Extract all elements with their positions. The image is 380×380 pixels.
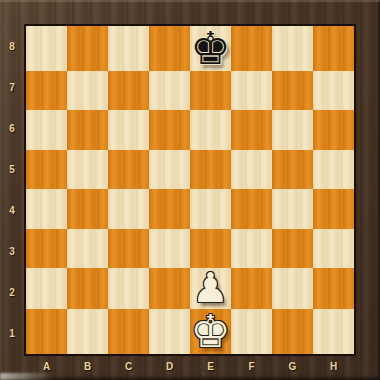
square-e1[interactable]: ♚ bbox=[190, 309, 231, 354]
square-d1[interactable] bbox=[149, 309, 190, 354]
square-d3[interactable] bbox=[149, 229, 190, 268]
square-h2[interactable] bbox=[313, 268, 354, 309]
square-a1[interactable] bbox=[26, 309, 67, 354]
square-c8[interactable] bbox=[108, 26, 149, 71]
square-d5[interactable] bbox=[149, 150, 190, 189]
rank-labels: 87654321 bbox=[0, 26, 24, 354]
square-d8[interactable] bbox=[149, 26, 190, 71]
square-e5[interactable] bbox=[190, 150, 231, 189]
square-e8[interactable]: ♚ bbox=[190, 26, 231, 71]
square-d7[interactable] bbox=[149, 71, 190, 110]
square-f6[interactable] bbox=[231, 110, 272, 149]
square-f1[interactable] bbox=[231, 309, 272, 354]
square-b2[interactable] bbox=[67, 268, 108, 309]
square-e4[interactable] bbox=[190, 189, 231, 228]
square-e7[interactable] bbox=[190, 71, 231, 110]
square-g3[interactable] bbox=[272, 229, 313, 268]
square-b6[interactable] bbox=[67, 110, 108, 149]
rank-label-3: 3 bbox=[0, 231, 24, 272]
square-a5[interactable] bbox=[26, 150, 67, 189]
square-h3[interactable] bbox=[313, 229, 354, 268]
square-e6[interactable] bbox=[190, 110, 231, 149]
square-h5[interactable] bbox=[313, 150, 354, 189]
square-f4[interactable] bbox=[231, 189, 272, 228]
piece-black-king[interactable]: ♚ bbox=[190, 26, 231, 71]
square-a4[interactable] bbox=[26, 189, 67, 228]
rank-label-4: 4 bbox=[0, 190, 24, 231]
square-c1[interactable] bbox=[108, 309, 149, 354]
frame-bottom-sheen bbox=[0, 373, 54, 380]
square-c4[interactable] bbox=[108, 189, 149, 228]
file-label-f: F bbox=[231, 358, 272, 374]
rank-label-2: 2 bbox=[0, 272, 24, 313]
rank-label-8: 8 bbox=[0, 26, 24, 67]
square-a8[interactable] bbox=[26, 26, 67, 71]
piece-white-king[interactable]: ♚ bbox=[190, 309, 231, 354]
file-label-a: A bbox=[26, 358, 67, 374]
square-b1[interactable] bbox=[67, 309, 108, 354]
square-c3[interactable] bbox=[108, 229, 149, 268]
board: ♚♟♚ bbox=[24, 24, 356, 356]
square-h7[interactable] bbox=[313, 71, 354, 110]
square-h8[interactable] bbox=[313, 26, 354, 71]
square-a3[interactable] bbox=[26, 229, 67, 268]
rank-label-7: 7 bbox=[0, 67, 24, 108]
square-a2[interactable] bbox=[26, 268, 67, 309]
square-d4[interactable] bbox=[149, 189, 190, 228]
square-c5[interactable] bbox=[108, 150, 149, 189]
file-label-c: C bbox=[108, 358, 149, 374]
file-label-d: D bbox=[149, 358, 190, 374]
square-f7[interactable] bbox=[231, 71, 272, 110]
square-b4[interactable] bbox=[67, 189, 108, 228]
square-e2[interactable]: ♟ bbox=[190, 268, 231, 309]
file-label-h: H bbox=[313, 358, 354, 374]
square-h1[interactable] bbox=[313, 309, 354, 354]
rank-label-6: 6 bbox=[0, 108, 24, 149]
file-label-e: E bbox=[190, 358, 231, 374]
rank-label-5: 5 bbox=[0, 149, 24, 190]
square-b3[interactable] bbox=[67, 229, 108, 268]
square-f8[interactable] bbox=[231, 26, 272, 71]
square-f5[interactable] bbox=[231, 150, 272, 189]
square-d6[interactable] bbox=[149, 110, 190, 149]
file-labels: ABCDEFGH bbox=[26, 358, 354, 374]
square-c7[interactable] bbox=[108, 71, 149, 110]
square-g8[interactable] bbox=[272, 26, 313, 71]
square-g2[interactable] bbox=[272, 268, 313, 309]
square-g5[interactable] bbox=[272, 150, 313, 189]
square-b7[interactable] bbox=[67, 71, 108, 110]
file-label-b: B bbox=[67, 358, 108, 374]
square-f2[interactable] bbox=[231, 268, 272, 309]
square-g1[interactable] bbox=[272, 309, 313, 354]
square-c2[interactable] bbox=[108, 268, 149, 309]
square-e3[interactable] bbox=[190, 229, 231, 268]
square-c6[interactable] bbox=[108, 110, 149, 149]
square-g6[interactable] bbox=[272, 110, 313, 149]
square-b5[interactable] bbox=[67, 150, 108, 189]
square-h4[interactable] bbox=[313, 189, 354, 228]
chess-diagram: 87654321 ABCDEFGH ♚♟♚ bbox=[0, 0, 380, 380]
square-g4[interactable] bbox=[272, 189, 313, 228]
square-d2[interactable] bbox=[149, 268, 190, 309]
square-a6[interactable] bbox=[26, 110, 67, 149]
square-a7[interactable] bbox=[26, 71, 67, 110]
square-h6[interactable] bbox=[313, 110, 354, 149]
square-g7[interactable] bbox=[272, 71, 313, 110]
piece-white-pawn[interactable]: ♟ bbox=[190, 268, 231, 309]
file-label-g: G bbox=[272, 358, 313, 374]
square-b8[interactable] bbox=[67, 26, 108, 71]
square-f3[interactable] bbox=[231, 229, 272, 268]
rank-label-1: 1 bbox=[0, 313, 24, 354]
